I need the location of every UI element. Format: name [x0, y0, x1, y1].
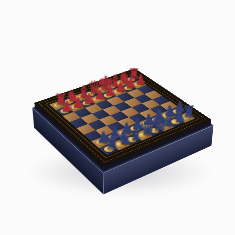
square-a4: [76, 124, 95, 135]
perspective-viewport: ♜♞♝♛♚♝♞♜♟♟♟♟♟♟♟♟♟♟♟♟♟♟♟♟♜♞♝♛♚♝♞♜: [42, 40, 195, 193]
product-photo: ♜♞♝♛♚♝♞♜♟♟♟♟♟♟♟♟♟♟♟♟♟♟♟♟♜♞♝♛♚♝♞♜: [0, 0, 235, 235]
piece-blue-rook: ♜: [105, 136, 119, 152]
piece-red-pawn: ♟: [83, 92, 96, 105]
piece-red-pawn: ♟: [61, 100, 74, 113]
square-a5: [69, 118, 88, 128]
piece-red-pawn: ♟: [72, 96, 85, 109]
chess-set-3d: ♜♞♝♛♚♝♞♜♟♟♟♟♟♟♟♟♟♟♟♟♟♟♟♟♜♞♝♛♚♝♞♜: [32, 72, 213, 173]
square-c6: [85, 104, 103, 114]
square-a7: ♟: [56, 106, 74, 116]
square-a1: ♜: [99, 143, 119, 155]
